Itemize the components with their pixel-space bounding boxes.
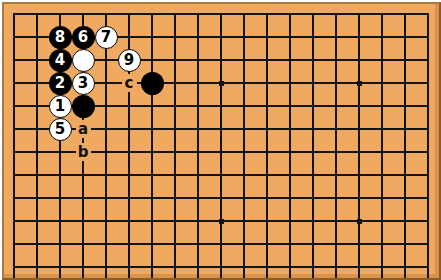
stone-number: 9 <box>124 52 134 67</box>
stone-black-4: 4 <box>49 49 72 72</box>
letter-label-a: a <box>76 120 91 138</box>
letter-label-b: b <box>76 143 91 161</box>
star-point <box>357 219 362 224</box>
star-point <box>357 81 362 86</box>
stone-number: 8 <box>55 29 65 44</box>
stone-white-1: 1 <box>49 95 72 118</box>
star-point <box>219 81 224 86</box>
stone-number: 6 <box>78 29 88 44</box>
stone-black-plain <box>141 72 164 95</box>
stone-black-6: 6 <box>72 26 95 49</box>
stone-number: 1 <box>55 98 65 113</box>
stone-number: 4 <box>55 52 65 67</box>
stone-black-8: 8 <box>49 26 72 49</box>
stone-number: 2 <box>55 75 65 90</box>
stone-black-2: 2 <box>49 72 72 95</box>
stone-white-7: 7 <box>95 26 118 49</box>
letter-label-c: c <box>122 74 137 92</box>
stone-number: 3 <box>78 75 88 90</box>
stone-number: 7 <box>101 29 111 44</box>
stone-white-3: 3 <box>72 72 95 95</box>
stone-black-plain <box>72 95 95 118</box>
board-intersections: 123456789abc <box>3 3 440 279</box>
stone-white-plain <box>72 49 95 72</box>
stone-white-9: 9 <box>118 49 141 72</box>
go-board: 123456789abc <box>2 2 441 280</box>
stone-white-5: 5 <box>49 118 72 141</box>
stone-number: 5 <box>55 121 65 136</box>
star-point <box>219 219 224 224</box>
